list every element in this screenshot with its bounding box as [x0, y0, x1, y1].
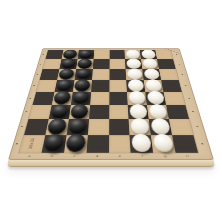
- white-man-f3[interactable]: [129, 104, 147, 119]
- square-c1[interactable]: [64, 135, 88, 153]
- square-b4[interactable]: [52, 92, 73, 105]
- white-man-f6[interactable]: [127, 69, 143, 80]
- square-f2[interactable]: [129, 119, 151, 135]
- file-mark-e: e: [109, 155, 132, 158]
- file-mark-c: c: [63, 155, 86, 158]
- white-man-f7[interactable]: [126, 59, 141, 69]
- square-e6[interactable]: [109, 69, 126, 80]
- black-man-b7[interactable]: [61, 59, 77, 69]
- square-b1[interactable]: [41, 135, 66, 153]
- black-man-c6[interactable]: [76, 69, 92, 80]
- board-photo-scene: 30x32 abcdefgh: [0, 0, 222, 222]
- rank-mark-right-2: [177, 59, 183, 69]
- white-man-f8[interactable]: [126, 50, 140, 59]
- black-man-c1[interactable]: [65, 134, 86, 152]
- black-man-b1[interactable]: [43, 134, 65, 152]
- black-man-c4[interactable]: [72, 91, 89, 104]
- square-f6[interactable]: [126, 69, 144, 80]
- frame-mitre-line: [164, 48, 182, 53]
- square-d4[interactable]: [90, 92, 109, 105]
- black-man-b3[interactable]: [50, 104, 69, 119]
- black-man-c5[interactable]: [74, 79, 91, 91]
- file-mark-a: a: [18, 155, 41, 158]
- file-marks: abcdefgh: [17, 154, 199, 158]
- square-e4[interactable]: [109, 92, 128, 105]
- file-mark-g: g: [154, 155, 177, 158]
- square-h4[interactable]: [164, 92, 186, 105]
- white-man-f1[interactable]: [131, 134, 151, 152]
- square-d3[interactable]: [89, 105, 109, 119]
- square-h1[interactable]: [172, 135, 198, 153]
- file-mark-b: b: [40, 155, 63, 158]
- rank-mark-right-7: [193, 119, 201, 135]
- square-d1[interactable]: [86, 135, 109, 153]
- corner-stamp-text: 30x32: [29, 138, 36, 149]
- white-man-f2[interactable]: [130, 118, 149, 134]
- rank-mark-right-5: [186, 92, 193, 105]
- square-h5[interactable]: [161, 80, 182, 92]
- square-b3[interactable]: [49, 105, 71, 119]
- white-man-g7[interactable]: [142, 59, 158, 69]
- corner-stamp: 30x32: [19, 135, 45, 153]
- square-e1[interactable]: [109, 135, 131, 153]
- white-man-g2[interactable]: [150, 118, 170, 134]
- square-d2[interactable]: [88, 119, 109, 135]
- black-man-b5[interactable]: [56, 79, 73, 91]
- file-mark-h: h: [176, 155, 199, 158]
- white-man-g4[interactable]: [147, 91, 165, 104]
- square-h3[interactable]: [166, 105, 189, 119]
- black-man-b6[interactable]: [58, 69, 75, 80]
- square-d6[interactable]: [92, 69, 109, 80]
- white-man-f5[interactable]: [128, 79, 144, 91]
- square-b6[interactable]: [57, 69, 76, 80]
- white-man-g6[interactable]: [144, 69, 160, 80]
- board-front-edge: [8, 160, 214, 167]
- square-f1[interactable]: [130, 135, 153, 153]
- rank-mark-right-3: [179, 69, 185, 80]
- square-f5[interactable]: [126, 80, 145, 92]
- square-f3[interactable]: [128, 105, 149, 119]
- rank-mark-right-4: [182, 80, 189, 92]
- square-c6[interactable]: [74, 69, 92, 80]
- square-d8[interactable]: [93, 50, 109, 59]
- rank-mark-right-8: [198, 135, 207, 153]
- square-c5[interactable]: [73, 80, 92, 92]
- file-mark-f: f: [131, 155, 154, 158]
- black-man-c2[interactable]: [68, 118, 87, 134]
- checkers-board: 30x32 abcdefgh: [8, 48, 214, 160]
- black-man-b2[interactable]: [47, 118, 68, 134]
- black-man-b8[interactable]: [63, 50, 78, 59]
- square-d7[interactable]: [93, 59, 110, 69]
- square-e7[interactable]: [109, 59, 126, 69]
- square-b2[interactable]: [45, 119, 68, 135]
- square-f4[interactable]: [127, 92, 147, 105]
- square-h6[interactable]: [159, 69, 179, 80]
- square-e8[interactable]: [109, 50, 125, 59]
- white-man-g3[interactable]: [148, 104, 167, 119]
- square-h7[interactable]: [157, 59, 176, 69]
- black-man-b4[interactable]: [53, 91, 71, 104]
- rank-mark-right-6: [189, 105, 197, 119]
- square-h2[interactable]: [169, 119, 193, 135]
- black-man-c3[interactable]: [70, 104, 88, 119]
- square-c3[interactable]: [69, 105, 90, 119]
- square-c4[interactable]: [71, 92, 91, 105]
- black-man-c8[interactable]: [79, 50, 93, 59]
- white-man-g5[interactable]: [145, 79, 162, 91]
- black-man-c7[interactable]: [77, 59, 92, 69]
- white-man-g1[interactable]: [152, 134, 174, 152]
- square-c2[interactable]: [66, 119, 88, 135]
- file-mark-d: d: [86, 155, 109, 158]
- square-e5[interactable]: [109, 80, 127, 92]
- square-e2[interactable]: [109, 119, 130, 135]
- board-grid: [19, 50, 198, 153]
- white-man-f4[interactable]: [128, 91, 145, 104]
- white-man-g8[interactable]: [141, 50, 156, 59]
- square-d5[interactable]: [91, 80, 109, 92]
- square-b5[interactable]: [54, 80, 74, 92]
- square-e3[interactable]: [109, 105, 129, 119]
